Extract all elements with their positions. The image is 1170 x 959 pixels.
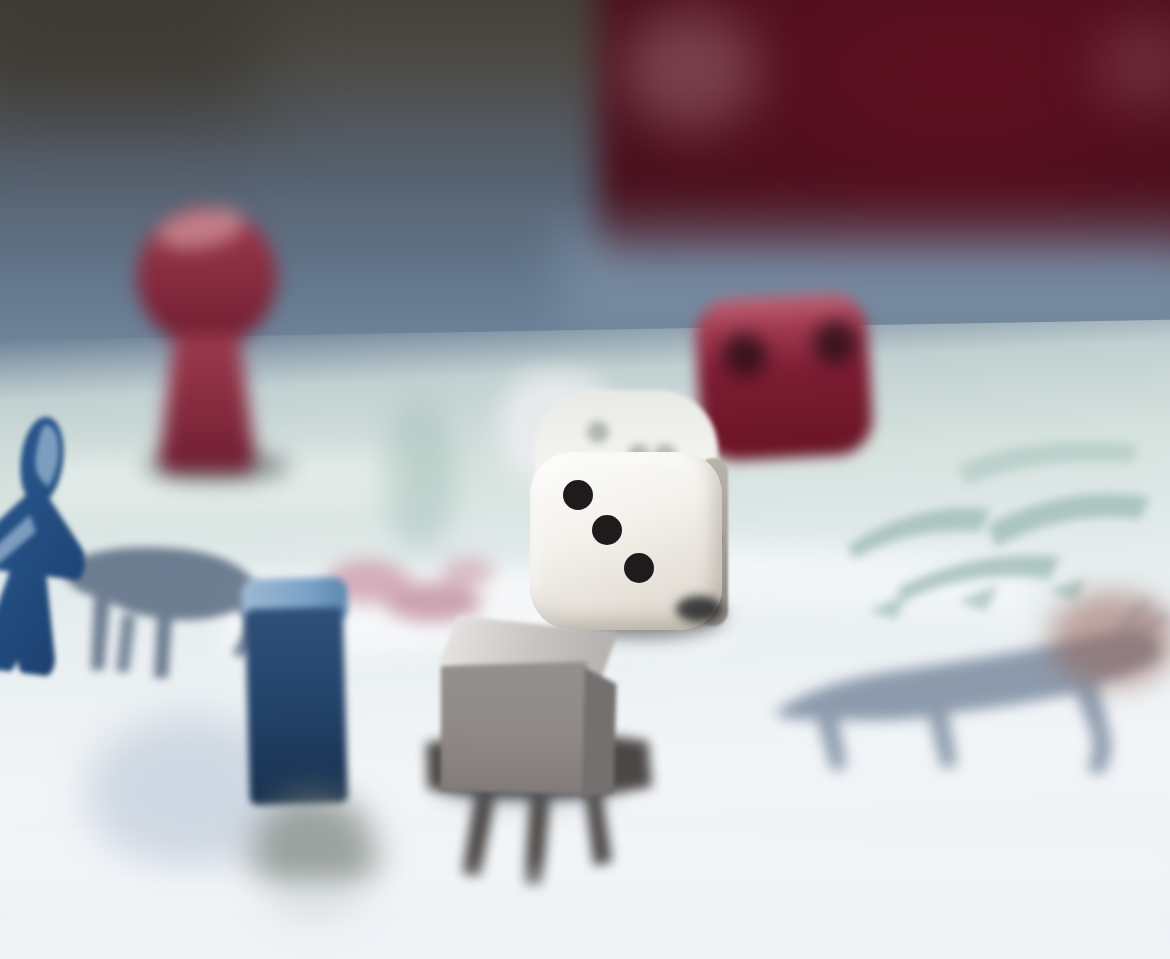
boardgame-photo-scene — [0, 0, 1170, 959]
vignette — [0, 0, 1170, 959]
